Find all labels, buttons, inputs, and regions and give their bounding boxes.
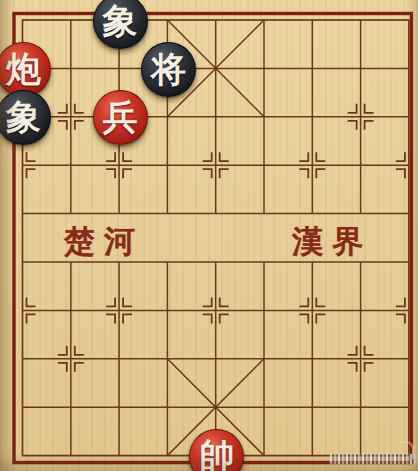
river-label-han-jie: 漢界 [292, 221, 372, 263]
piece-glyph: 帥 [199, 429, 234, 471]
piece-red-soldier[interactable]: 兵 [93, 90, 148, 145]
piece-glyph: 炮 [6, 42, 41, 95]
piece-glyph: 兵 [103, 90, 138, 143]
piece-black-general[interactable]: 将 [141, 42, 196, 97]
river-label-chu-he: 楚河 [64, 221, 144, 263]
watermark-squiggle [400, 441, 414, 459]
piece-glyph: 象 [6, 90, 41, 143]
piece-glyph: 将 [151, 42, 186, 95]
xiangqi-board: 楚河 漢界 象炮将象兵帥 [0, 0, 418, 471]
piece-glyph: 象 [103, 0, 138, 47]
piece-black-elephant[interactable]: 象 [93, 0, 148, 49]
